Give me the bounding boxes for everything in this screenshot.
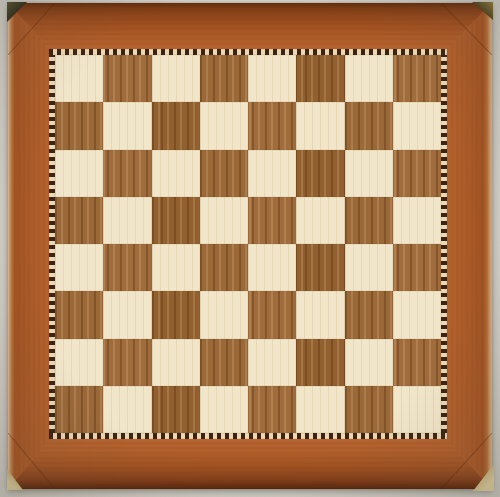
- square-e5[interactable]: [248, 197, 296, 244]
- square-e4[interactable]: [248, 244, 296, 291]
- square-g2[interactable]: [345, 339, 393, 386]
- inlay-border-right: [441, 55, 447, 433]
- square-d6[interactable]: [200, 150, 248, 197]
- square-h5[interactable]: [393, 197, 441, 244]
- square-g7[interactable]: [345, 102, 393, 149]
- square-b5[interactable]: [103, 197, 151, 244]
- square-g4[interactable]: [345, 244, 393, 291]
- square-d8[interactable]: [200, 55, 248, 102]
- square-g8[interactable]: [345, 55, 393, 102]
- square-a5[interactable]: [55, 197, 103, 244]
- square-c8[interactable]: [152, 55, 200, 102]
- square-c4[interactable]: [152, 244, 200, 291]
- square-d7[interactable]: [200, 102, 248, 149]
- square-e7[interactable]: [248, 102, 296, 149]
- square-b2[interactable]: [103, 339, 151, 386]
- square-a4[interactable]: [55, 244, 103, 291]
- square-b1[interactable]: [103, 386, 151, 433]
- square-h4[interactable]: [393, 244, 441, 291]
- square-c6[interactable]: [152, 150, 200, 197]
- square-c5[interactable]: [152, 197, 200, 244]
- board-frame-bottom: [8, 433, 492, 489]
- square-g5[interactable]: [345, 197, 393, 244]
- square-c2[interactable]: [152, 339, 200, 386]
- square-f2[interactable]: [296, 339, 344, 386]
- square-e2[interactable]: [248, 339, 296, 386]
- square-c7[interactable]: [152, 102, 200, 149]
- square-d3[interactable]: [200, 291, 248, 338]
- square-d1[interactable]: [200, 386, 248, 433]
- square-b8[interactable]: [103, 55, 151, 102]
- square-b6[interactable]: [103, 150, 151, 197]
- square-f3[interactable]: [296, 291, 344, 338]
- square-a2[interactable]: [55, 339, 103, 386]
- square-c1[interactable]: [152, 386, 200, 433]
- square-f8[interactable]: [296, 55, 344, 102]
- square-e6[interactable]: [248, 150, 296, 197]
- square-f6[interactable]: [296, 150, 344, 197]
- square-h2[interactable]: [393, 339, 441, 386]
- square-b4[interactable]: [103, 244, 151, 291]
- square-g3[interactable]: [345, 291, 393, 338]
- square-f4[interactable]: [296, 244, 344, 291]
- square-e8[interactable]: [248, 55, 296, 102]
- square-d5[interactable]: [200, 197, 248, 244]
- square-h3[interactable]: [393, 291, 441, 338]
- square-a1[interactable]: [55, 386, 103, 433]
- square-e1[interactable]: [248, 386, 296, 433]
- square-b7[interactable]: [103, 102, 151, 149]
- square-d4[interactable]: [200, 244, 248, 291]
- square-f1[interactable]: [296, 386, 344, 433]
- square-h7[interactable]: [393, 102, 441, 149]
- inlay-border-bottom: [49, 433, 447, 439]
- chessboard: [8, 3, 492, 489]
- square-h1[interactable]: [393, 386, 441, 433]
- square-h6[interactable]: [393, 150, 441, 197]
- square-e3[interactable]: [248, 291, 296, 338]
- board-squares-grid: [55, 55, 441, 433]
- inlay-border: [49, 49, 447, 439]
- board-frame-right: [441, 3, 492, 489]
- square-a7[interactable]: [55, 102, 103, 149]
- square-c3[interactable]: [152, 291, 200, 338]
- square-f7[interactable]: [296, 102, 344, 149]
- board-frame-left: [8, 3, 55, 489]
- square-g1[interactable]: [345, 386, 393, 433]
- square-h8[interactable]: [393, 55, 441, 102]
- square-b3[interactable]: [103, 291, 151, 338]
- board-frame-top: [8, 3, 492, 55]
- square-a3[interactable]: [55, 291, 103, 338]
- square-a6[interactable]: [55, 150, 103, 197]
- square-a8[interactable]: [55, 55, 103, 102]
- square-f5[interactable]: [296, 197, 344, 244]
- square-g6[interactable]: [345, 150, 393, 197]
- square-d2[interactable]: [200, 339, 248, 386]
